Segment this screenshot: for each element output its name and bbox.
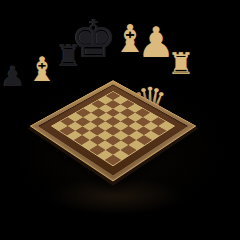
white-bishop-behind[interactable]: ♝ — [27, 52, 57, 86]
black-king-behind[interactable]: ♚ — [71, 13, 118, 65]
photo-scene: ♟♝♜♚♝♟♜ ♚♛♛♞ — [0, 0, 240, 240]
chessboard — [30, 80, 197, 181]
black-pawn-behind[interactable]: ♟ — [0, 63, 25, 91]
white-rook-behind[interactable]: ♜ — [168, 49, 195, 79]
